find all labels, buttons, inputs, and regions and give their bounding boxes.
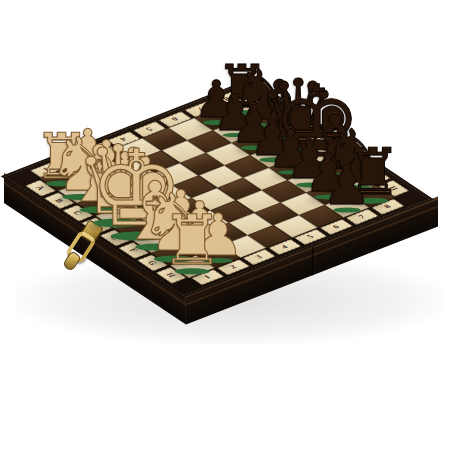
white-rook-h1[interactable]: ♜: [161, 206, 223, 275]
piece-glyph: ♟: [322, 158, 371, 213]
piece-glyph: ♜: [161, 206, 223, 275]
fold-seam: [312, 245, 314, 276]
chess-set-photo: ABCDEFGH ABCDEFGH 87654321 87654321 ♜♞♝♛…: [0, 0, 462, 462]
black-pawn-h7[interactable]: ♟: [322, 158, 371, 213]
